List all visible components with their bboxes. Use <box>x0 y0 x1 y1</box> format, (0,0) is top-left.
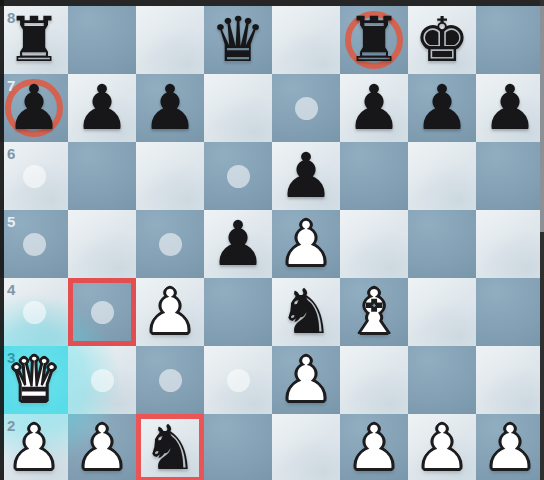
square-f8[interactable]: ♜ <box>340 6 408 74</box>
piece-black-knight-e4[interactable]: ♞ <box>272 278 340 346</box>
square-g3[interactable] <box>408 346 476 414</box>
square-h5[interactable] <box>476 210 544 278</box>
square-a8[interactable]: 8♜ <box>0 6 68 74</box>
square-c3[interactable] <box>136 346 204 414</box>
rank-label-8: 8 <box>7 9 15 26</box>
square-d7[interactable] <box>204 74 272 142</box>
piece-white-pawn-c4[interactable]: ♟ <box>136 278 204 346</box>
square-c8[interactable] <box>136 6 204 74</box>
scrollbar-thumb[interactable] <box>540 6 544 232</box>
square-f2[interactable]: ♟ <box>340 414 408 480</box>
square-b4[interactable] <box>68 278 136 346</box>
square-b6[interactable] <box>68 142 136 210</box>
square-e6[interactable]: ♟ <box>272 142 340 210</box>
rank-label-6: 6 <box>7 145 15 162</box>
square-h6[interactable] <box>476 142 544 210</box>
piece-black-rook-f8[interactable]: ♜ <box>340 6 408 74</box>
square-a6[interactable]: 6 <box>0 142 68 210</box>
square-d2[interactable] <box>204 414 272 480</box>
rank-label-2: 2 <box>7 417 15 434</box>
square-g8[interactable]: ♚ <box>408 6 476 74</box>
square-g5[interactable] <box>408 210 476 278</box>
square-d3[interactable] <box>204 346 272 414</box>
square-b7[interactable]: ♟ <box>68 74 136 142</box>
piece-white-pawn-g2[interactable]: ♟ <box>408 414 476 480</box>
square-g6[interactable] <box>408 142 476 210</box>
square-g4[interactable] <box>408 278 476 346</box>
square-a2[interactable]: 2♟ <box>0 414 68 480</box>
piece-black-queen-d8[interactable]: ♛ <box>204 6 272 74</box>
piece-black-pawn-e6[interactable]: ♟ <box>272 142 340 210</box>
square-b3[interactable] <box>68 346 136 414</box>
piece-black-king-g8[interactable]: ♚ <box>408 6 476 74</box>
move-hint-dot <box>91 301 114 324</box>
square-h7[interactable]: ♟ <box>476 74 544 142</box>
move-hint-dot <box>23 301 46 324</box>
square-c7[interactable]: ♟ <box>136 74 204 142</box>
piece-black-pawn-f7[interactable]: ♟ <box>340 74 408 142</box>
square-b8[interactable] <box>68 6 136 74</box>
piece-white-pawn-f2[interactable]: ♟ <box>340 414 408 480</box>
move-hint-dot <box>227 165 250 188</box>
piece-black-knight-c2[interactable]: ♞ <box>136 414 204 480</box>
piece-white-pawn-b2[interactable]: ♟ <box>68 414 136 480</box>
square-f3[interactable] <box>340 346 408 414</box>
move-hint-dot <box>295 97 318 120</box>
square-d5[interactable]: ♟ <box>204 210 272 278</box>
square-e5[interactable]: ♟ <box>272 210 340 278</box>
square-a3[interactable]: 3♛ <box>0 346 68 414</box>
rank-label-3: 3 <box>7 349 15 366</box>
rank-label-7: 7 <box>7 77 15 94</box>
square-g2[interactable]: ♟ <box>408 414 476 480</box>
piece-white-pawn-e3[interactable]: ♟ <box>272 346 340 414</box>
piece-white-pawn-h2[interactable]: ♟ <box>476 414 544 480</box>
rank-label-4: 4 <box>7 281 15 298</box>
square-h2[interactable]: ♟ <box>476 414 544 480</box>
square-e8[interactable] <box>272 6 340 74</box>
piece-black-pawn-d5[interactable]: ♟ <box>204 210 272 278</box>
square-a4[interactable]: 4 <box>0 278 68 346</box>
square-e2[interactable] <box>272 414 340 480</box>
piece-black-pawn-c7[interactable]: ♟ <box>136 74 204 142</box>
square-b2[interactable]: ♟ <box>68 414 136 480</box>
square-h4[interactable] <box>476 278 544 346</box>
square-e3[interactable]: ♟ <box>272 346 340 414</box>
square-c4[interactable]: ♟ <box>136 278 204 346</box>
square-f4[interactable]: ♝ <box>340 278 408 346</box>
square-f5[interactable] <box>340 210 408 278</box>
piece-black-pawn-g7[interactable]: ♟ <box>408 74 476 142</box>
square-c5[interactable] <box>136 210 204 278</box>
square-d8[interactable]: ♛ <box>204 6 272 74</box>
square-h3[interactable] <box>476 346 544 414</box>
square-d6[interactable] <box>204 142 272 210</box>
square-a5[interactable]: 5 <box>0 210 68 278</box>
square-a7[interactable]: 7♟ <box>0 74 68 142</box>
square-f6[interactable] <box>340 142 408 210</box>
square-c6[interactable] <box>136 142 204 210</box>
square-h8[interactable] <box>476 6 544 74</box>
square-b5[interactable] <box>68 210 136 278</box>
piece-white-pawn-e5[interactable]: ♟ <box>272 210 340 278</box>
move-hint-dot <box>227 369 250 392</box>
square-g7[interactable]: ♟ <box>408 74 476 142</box>
square-c2[interactable]: ♞ <box>136 414 204 480</box>
window-top-edge <box>0 0 544 6</box>
move-hint-dot <box>23 165 46 188</box>
chess-board[interactable]: 8♜♛♜♚7♟♟♟♟♟♟6♟5♟♟4♟♞♝3♛♟2♟♟♞♟♟♟ <box>0 6 544 480</box>
move-hint-dot <box>159 369 182 392</box>
rank-label-5: 5 <box>7 213 15 230</box>
square-e4[interactable]: ♞ <box>272 278 340 346</box>
piece-black-pawn-h7[interactable]: ♟ <box>476 74 544 142</box>
chess-app-viewport: 8♜♛♜♚7♟♟♟♟♟♟6♟5♟♟4♟♞♝3♛♟2♟♟♞♟♟♟ <box>0 0 544 480</box>
move-hint-dot <box>23 233 46 256</box>
window-left-edge <box>0 0 4 480</box>
piece-white-bishop-f4[interactable]: ♝ <box>340 278 408 346</box>
square-e7[interactable] <box>272 74 340 142</box>
move-hint-dot <box>91 369 114 392</box>
piece-black-pawn-b7[interactable]: ♟ <box>68 74 136 142</box>
scrollbar-track[interactable] <box>540 0 544 480</box>
move-hint-dot <box>159 233 182 256</box>
square-f7[interactable]: ♟ <box>340 74 408 142</box>
square-d4[interactable] <box>204 278 272 346</box>
